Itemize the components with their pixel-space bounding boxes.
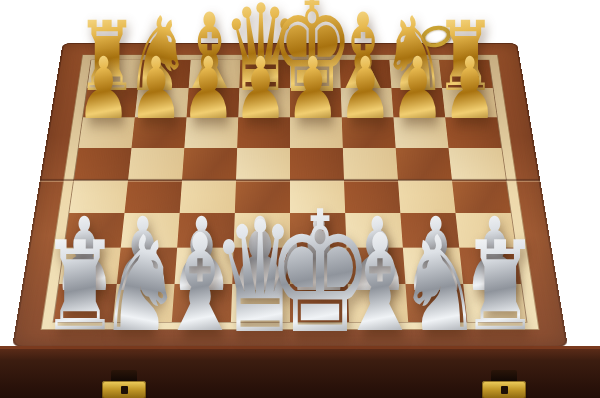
- square-e6: [290, 117, 343, 147]
- square-b2: [117, 248, 177, 284]
- square-f1: [348, 284, 408, 322]
- box-front-panel: [0, 346, 600, 398]
- square-b6: [132, 117, 187, 147]
- square-b4: [124, 180, 182, 213]
- square-f6: [342, 117, 396, 147]
- square-d2: [232, 248, 290, 284]
- square-a8: [87, 60, 141, 88]
- square-b5: [128, 148, 184, 180]
- square-g1: [405, 284, 467, 322]
- square-h1: [463, 284, 526, 322]
- square-e7: [290, 88, 342, 117]
- square-d7: [238, 88, 290, 117]
- square-a6: [79, 117, 135, 147]
- square-c8: [189, 60, 241, 88]
- square-c4: [180, 180, 236, 213]
- square-a2: [59, 248, 121, 284]
- square-g2: [403, 248, 463, 284]
- square-b1: [113, 284, 175, 322]
- square-h5: [448, 148, 505, 180]
- square-a4: [69, 180, 128, 213]
- square-g8: [389, 60, 442, 88]
- square-a7: [83, 88, 138, 117]
- square-f8: [340, 60, 392, 88]
- square-d3: [234, 213, 290, 248]
- square-f4: [344, 180, 400, 213]
- square-d5: [236, 148, 290, 180]
- chess-board: [54, 60, 527, 322]
- square-f3: [345, 213, 403, 248]
- square-e4: [290, 180, 345, 213]
- square-d8: [239, 60, 290, 88]
- chess-set-photo: ♜♞♝♛♚♝♞♜♟♟♟♟♟♟♟♟♟♟♟♟♟♟♟♟♜♞♝♛♚♝♞♜: [0, 0, 600, 398]
- square-d1: [231, 284, 290, 322]
- square-a3: [64, 213, 124, 248]
- square-d6: [237, 117, 290, 147]
- square-h2: [459, 248, 521, 284]
- square-h4: [452, 180, 511, 213]
- square-g5: [396, 148, 452, 180]
- square-h3: [456, 213, 516, 248]
- square-f7: [341, 88, 394, 117]
- square-c7: [187, 88, 240, 117]
- square-e8: [290, 60, 341, 88]
- square-g6: [393, 117, 448, 147]
- square-g7: [391, 88, 445, 117]
- latch-left: [102, 381, 146, 398]
- square-f2: [346, 248, 405, 284]
- square-h8: [439, 60, 493, 88]
- latch-right: [482, 381, 526, 398]
- square-c1: [172, 284, 232, 322]
- square-e1: [290, 284, 349, 322]
- square-d4: [235, 180, 290, 213]
- square-c2: [175, 248, 234, 284]
- square-f5: [343, 148, 398, 180]
- square-c6: [184, 117, 238, 147]
- square-c5: [182, 148, 237, 180]
- square-g3: [400, 213, 459, 248]
- square-c3: [177, 213, 235, 248]
- square-a1: [54, 284, 117, 322]
- square-b3: [121, 213, 180, 248]
- board-border: [41, 55, 540, 330]
- square-h7: [442, 88, 497, 117]
- square-g4: [398, 180, 456, 213]
- board-rim: [12, 43, 568, 347]
- square-b7: [135, 88, 189, 117]
- square-b8: [138, 60, 191, 88]
- square-e5: [290, 148, 344, 180]
- square-e2: [290, 248, 348, 284]
- square-e3: [290, 213, 346, 248]
- square-a5: [74, 148, 131, 180]
- square-h6: [445, 117, 501, 147]
